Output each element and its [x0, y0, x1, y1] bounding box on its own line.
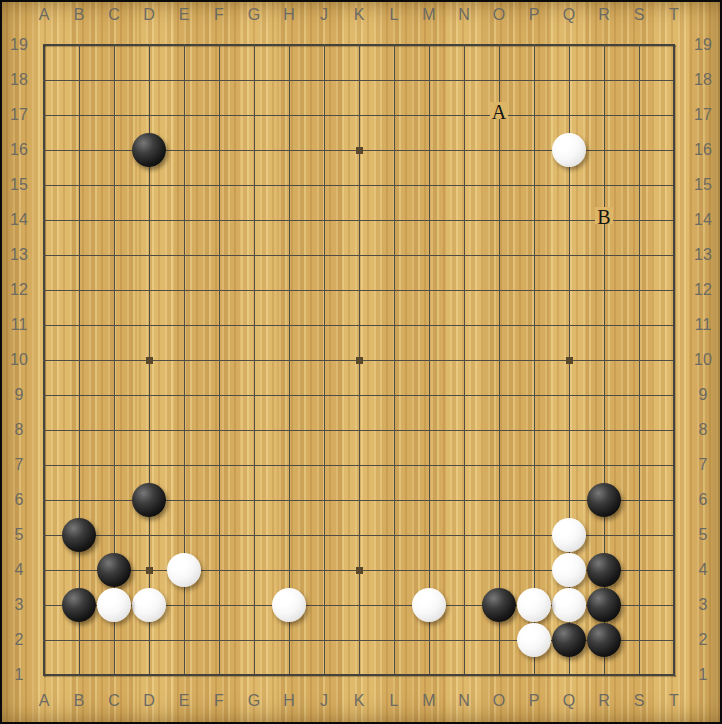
coord-top-F: F [205, 6, 233, 24]
black-stone-B5 [62, 518, 96, 552]
coord-right-4: 4 [689, 561, 717, 579]
star-point-Q10 [566, 357, 573, 364]
coord-bottom-J: J [310, 692, 338, 710]
coord-left-14: 14 [5, 211, 33, 229]
white-stone-P2 [517, 623, 551, 657]
coord-right-1: 1 [689, 666, 717, 684]
coord-right-8: 8 [689, 421, 717, 439]
coord-left-3: 3 [5, 596, 33, 614]
coord-bottom-N: N [450, 692, 478, 710]
star-point-K16 [356, 147, 363, 154]
coord-left-16: 16 [5, 141, 33, 159]
coord-right-19: 19 [689, 36, 717, 54]
coord-right-17: 17 [689, 106, 717, 124]
coord-left-6: 6 [5, 491, 33, 509]
coord-left-9: 9 [5, 386, 33, 404]
coord-bottom-B: B [65, 692, 93, 710]
grid-line-vertical [499, 44, 500, 676]
black-stone-R6 [587, 483, 621, 517]
white-stone-Q5 [552, 518, 586, 552]
coord-bottom-K: K [345, 692, 373, 710]
grid-line-vertical [429, 44, 430, 676]
coord-bottom-R: R [590, 692, 618, 710]
star-point-K4 [356, 567, 363, 574]
coord-right-6: 6 [689, 491, 717, 509]
coord-left-1: 1 [5, 666, 33, 684]
coord-bottom-S: S [625, 692, 653, 710]
coord-top-K: K [345, 6, 373, 24]
black-stone-C4 [97, 553, 131, 587]
coord-top-C: C [100, 6, 128, 24]
grid-line-vertical [394, 44, 395, 676]
coord-top-J: J [310, 6, 338, 24]
white-stone-Q4 [552, 553, 586, 587]
coord-left-13: 13 [5, 246, 33, 264]
coord-top-G: G [240, 6, 268, 24]
coord-left-11: 11 [5, 316, 33, 334]
black-stone-B3 [62, 588, 96, 622]
black-stone-R2 [587, 623, 621, 657]
coord-top-H: H [275, 6, 303, 24]
coord-top-S: S [625, 6, 653, 24]
coord-top-A: A [30, 6, 58, 24]
white-stone-Q16 [552, 133, 586, 167]
coord-right-2: 2 [689, 631, 717, 649]
coord-bottom-F: F [205, 692, 233, 710]
coord-bottom-G: G [240, 692, 268, 710]
grid-line-horizontal [43, 674, 675, 676]
black-stone-R3 [587, 588, 621, 622]
coord-right-3: 3 [689, 596, 717, 614]
coord-top-T: T [660, 6, 688, 24]
coord-bottom-C: C [100, 692, 128, 710]
coord-bottom-O: O [485, 692, 513, 710]
coord-right-15: 15 [689, 176, 717, 194]
coord-right-9: 9 [689, 386, 717, 404]
white-stone-H3 [272, 588, 306, 622]
coord-top-P: P [520, 6, 548, 24]
coord-top-D: D [135, 6, 163, 24]
coord-top-Q: Q [555, 6, 583, 24]
grid-line-vertical [673, 44, 675, 676]
coord-top-M: M [415, 6, 443, 24]
coord-left-15: 15 [5, 176, 33, 194]
coord-top-N: N [450, 6, 478, 24]
coord-left-17: 17 [5, 106, 33, 124]
white-stone-Q3 [552, 588, 586, 622]
black-stone-O3 [482, 588, 516, 622]
grid-line-vertical [534, 44, 535, 676]
black-stone-D16 [132, 133, 166, 167]
coord-bottom-P: P [520, 692, 548, 710]
white-stone-M3 [412, 588, 446, 622]
coord-top-L: L [380, 6, 408, 24]
coord-left-4: 4 [5, 561, 33, 579]
coord-left-7: 7 [5, 456, 33, 474]
white-stone-P3 [517, 588, 551, 622]
coord-top-O: O [485, 6, 513, 24]
black-stone-R4 [587, 553, 621, 587]
black-stone-D6 [132, 483, 166, 517]
coord-right-11: 11 [689, 316, 717, 334]
coord-bottom-A: A [30, 692, 58, 710]
white-stone-C3 [97, 588, 131, 622]
coord-left-19: 19 [5, 36, 33, 54]
coord-left-5: 5 [5, 526, 33, 544]
star-point-D4 [146, 567, 153, 574]
coord-bottom-D: D [135, 692, 163, 710]
coord-bottom-T: T [660, 692, 688, 710]
coord-right-18: 18 [689, 71, 717, 89]
coord-left-12: 12 [5, 281, 33, 299]
grid-line-vertical [464, 44, 465, 676]
coord-top-B: B [65, 6, 93, 24]
coord-left-10: 10 [5, 351, 33, 369]
grid-line-horizontal [43, 430, 675, 431]
coord-top-R: R [590, 6, 618, 24]
go-board: AB AABBCCDDEEFFGGHHJJKKLLMMNNOOPPQQRRSST… [0, 0, 722, 724]
black-stone-Q2 [552, 623, 586, 657]
coord-right-14: 14 [689, 211, 717, 229]
coord-bottom-M: M [415, 692, 443, 710]
coord-left-8: 8 [5, 421, 33, 439]
coord-left-2: 2 [5, 631, 33, 649]
coord-bottom-Q: Q [555, 692, 583, 710]
grid-line-horizontal [43, 465, 675, 466]
coord-right-16: 16 [689, 141, 717, 159]
coord-right-10: 10 [689, 351, 717, 369]
coord-bottom-E: E [170, 692, 198, 710]
white-stone-D3 [132, 588, 166, 622]
coord-bottom-H: H [275, 692, 303, 710]
coord-right-7: 7 [689, 456, 717, 474]
grid-line-horizontal [43, 395, 675, 396]
coord-right-13: 13 [689, 246, 717, 264]
coord-bottom-L: L [380, 692, 408, 710]
star-point-D10 [146, 357, 153, 364]
star-point-K10 [356, 357, 363, 364]
coord-top-E: E [170, 6, 198, 24]
coord-left-18: 18 [5, 71, 33, 89]
grid-line-vertical [639, 44, 640, 676]
coord-right-5: 5 [689, 526, 717, 544]
white-stone-E4 [167, 553, 201, 587]
annotation-label-A[interactable]: A [486, 101, 512, 123]
coord-right-12: 12 [689, 281, 717, 299]
annotation-label-B[interactable]: B [591, 206, 617, 228]
